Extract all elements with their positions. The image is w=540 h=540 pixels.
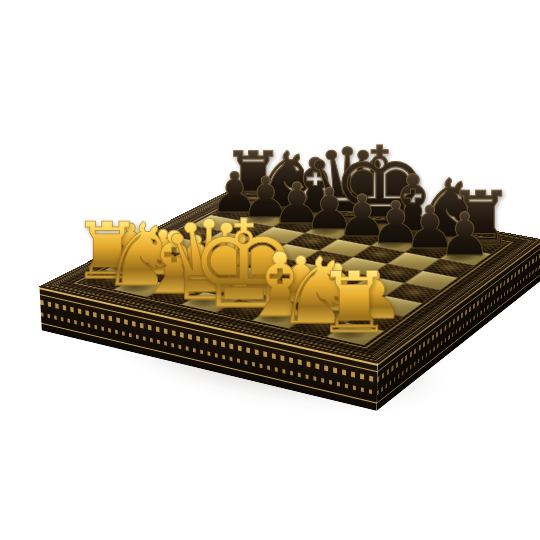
piece-black-pawn[interactable]: ♟	[435, 197, 495, 257]
rook-glyph: ♜	[312, 261, 396, 345]
pawn-glyph: ♟	[435, 205, 495, 265]
square-h5[interactable]	[405, 271, 459, 291]
piece-white-rook[interactable]: ♜	[312, 250, 396, 334]
scene: ♜♞♝♛♚♝♞♜♟♟♟♟♟♟♟♟♟♟♟♟♟♟♟♟♜♞♝♛♚♝♞♜	[0, 0, 540, 540]
